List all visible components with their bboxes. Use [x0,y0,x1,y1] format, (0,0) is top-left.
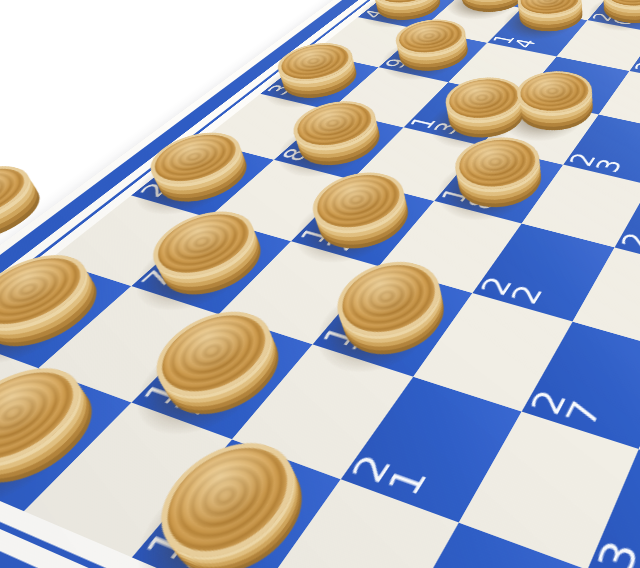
checker-piece-14[interactable] [509,0,593,38]
square-28[interactable]: 28 [615,185,640,273]
square-24[interactable]: 24 [630,33,640,86]
board-mat: 1234567891011121314151617181920212223242… [0,0,640,568]
square-label-21: 21 [346,451,434,501]
checker-piece-18[interactable] [444,150,555,217]
square-31[interactable]: 31 [587,449,640,568]
playing-field: 1234567891011121314151617181920212223242… [0,0,640,568]
square-label-22: 22 [476,274,548,307]
checker-piece-9[interactable] [387,33,480,78]
square-label-24: 24 [632,61,640,79]
